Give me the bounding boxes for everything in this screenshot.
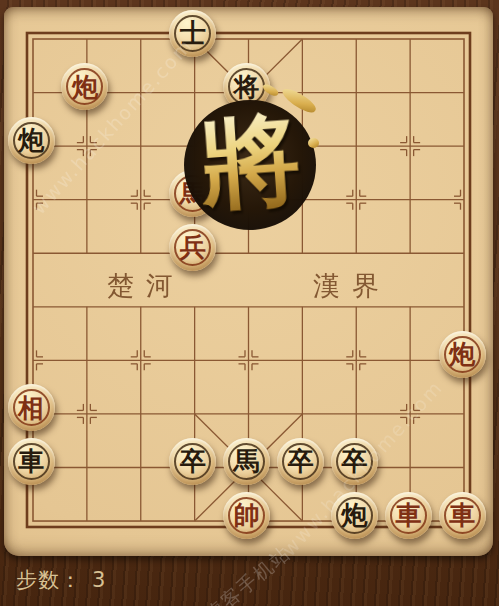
piece-red-帥[interactable]: 帥: [223, 492, 270, 539]
piece-black-炮[interactable]: 炮: [8, 117, 55, 164]
piece-glyph: 車: [395, 502, 421, 528]
piece-glyph: 車: [449, 502, 475, 528]
piece-glyph: 将: [234, 74, 260, 100]
piece-red-車[interactable]: 車: [385, 492, 432, 539]
xiangqi-app-screen: 楚河 漢界 士炮将炮馬兵炮相車卒馬卒卒帥炮車車 將 www.hackhome.c…: [0, 0, 499, 606]
piece-glyph: 炮: [341, 502, 367, 528]
piece-black-卒[interactable]: 卒: [169, 438, 216, 485]
river-label-left: 楚河: [107, 268, 185, 304]
step-counter: 步数：3: [16, 566, 106, 594]
piece-red-相[interactable]: 相: [8, 384, 55, 431]
river-label-right: 漢界: [313, 268, 391, 304]
piece-glyph: 兵: [180, 234, 206, 260]
piece-glyph: 馬: [234, 448, 260, 474]
piece-black-士[interactable]: 士: [169, 10, 216, 57]
piece-red-兵[interactable]: 兵: [169, 224, 216, 271]
piece-black-車[interactable]: 車: [8, 438, 55, 485]
piece-black-卒[interactable]: 卒: [277, 438, 324, 485]
piece-glyph: 卒: [180, 448, 206, 474]
piece-black-馬[interactable]: 馬: [223, 438, 270, 485]
piece-glyph: 帥: [234, 502, 260, 528]
piece-glyph: 卒: [287, 448, 313, 474]
piece-glyph: 士: [180, 20, 206, 46]
piece-red-炮[interactable]: 炮: [439, 331, 486, 378]
piece-glyph: 馬: [180, 181, 206, 207]
piece-glyph: 炮: [18, 127, 44, 153]
piece-red-馬[interactable]: 馬: [169, 170, 216, 217]
step-counter-label: 步数：: [16, 568, 82, 592]
piece-black-将[interactable]: 将: [223, 63, 270, 110]
piece-black-炮[interactable]: 炮: [331, 492, 378, 539]
piece-glyph: 炮: [449, 341, 475, 367]
piece-glyph: 相: [18, 395, 44, 421]
piece-red-車[interactable]: 車: [439, 492, 486, 539]
piece-black-卒[interactable]: 卒: [331, 438, 378, 485]
piece-glyph: 炮: [72, 74, 98, 100]
piece-glyph: 車: [18, 448, 44, 474]
piece-glyph: 卒: [341, 448, 367, 474]
step-counter-value: 3: [92, 568, 106, 592]
